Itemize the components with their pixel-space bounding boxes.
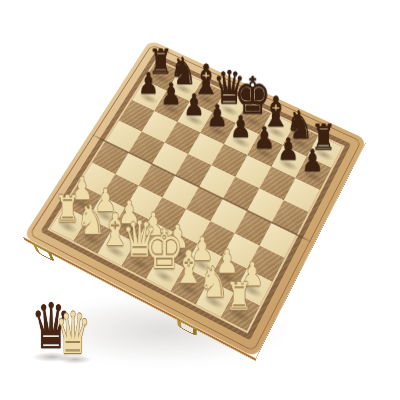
black-pawn-h7: ♟ bbox=[287, 146, 338, 175]
board-scene: ♜♞♝♛♚♝♞♜♟♟♟♟♟♟♟♟♟♟♟♟♟♟♟♟♜♞♝♛♚♝♞♜ bbox=[72, 60, 326, 314]
product-photo: ♜♞♝♛♚♝♞♜♟♟♟♟♟♟♟♟♟♟♟♟♟♟♟♟♜♞♝♛♚♝♞♜ ♛ ♛ bbox=[0, 0, 400, 400]
spare-white-queen: ♛ bbox=[50, 306, 96, 360]
white-rook-h1: ♜ bbox=[212, 278, 266, 314]
board-field: ♜♞♝♛♚♝♞♜♟♟♟♟♟♟♟♟♟♟♟♟♟♟♟♟♜♞♝♛♚♝♞♜ bbox=[47, 58, 345, 333]
